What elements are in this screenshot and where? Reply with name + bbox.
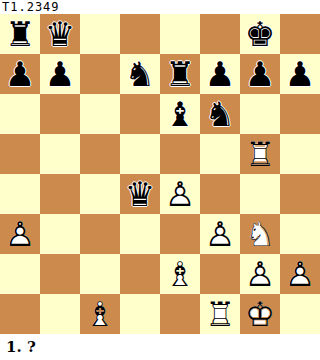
square-a6[interactable]	[0, 94, 40, 134]
white-pawn: ♟♙	[0, 214, 40, 254]
square-a2[interactable]	[0, 254, 40, 294]
square-a4[interactable]	[0, 174, 40, 214]
black-rook: ♜	[0, 14, 40, 54]
white-pawn: ♟♙	[240, 254, 280, 294]
square-h4[interactable]	[280, 174, 320, 214]
square-a1[interactable]	[0, 294, 40, 334]
square-f4[interactable]	[200, 174, 240, 214]
puzzle-id: T1.2349	[2, 0, 60, 14]
square-h7[interactable]: ♟	[280, 54, 320, 94]
square-e6[interactable]: ♝	[160, 94, 200, 134]
square-g4[interactable]	[240, 174, 280, 214]
square-f8[interactable]	[200, 14, 240, 54]
black-queen: ♛	[40, 14, 80, 54]
square-c7[interactable]	[80, 54, 120, 94]
black-pawn: ♟	[240, 54, 280, 94]
black-pawn: ♟	[0, 54, 40, 94]
square-c8[interactable]	[80, 14, 120, 54]
square-a7[interactable]: ♟	[0, 54, 40, 94]
square-f2[interactable]	[200, 254, 240, 294]
square-g8[interactable]: ♚	[240, 14, 280, 54]
white-pawn: ♟♙	[160, 174, 200, 214]
square-h6[interactable]	[280, 94, 320, 134]
black-rook: ♜	[160, 54, 200, 94]
square-b3[interactable]	[40, 214, 80, 254]
square-d3[interactable]	[120, 214, 160, 254]
square-e5[interactable]	[160, 134, 200, 174]
square-e3[interactable]	[160, 214, 200, 254]
square-e1[interactable]	[160, 294, 200, 334]
square-d6[interactable]	[120, 94, 160, 134]
square-h2[interactable]: ♟♙	[280, 254, 320, 294]
square-g3[interactable]: ♞♘	[240, 214, 280, 254]
square-a3[interactable]: ♟♙	[0, 214, 40, 254]
square-b4[interactable]	[40, 174, 80, 214]
square-g1[interactable]: ♚♔	[240, 294, 280, 334]
square-d4[interactable]: ♛	[120, 174, 160, 214]
black-pawn: ♟	[40, 54, 80, 94]
square-h8[interactable]	[280, 14, 320, 54]
black-pawn: ♟	[280, 54, 320, 94]
square-e8[interactable]	[160, 14, 200, 54]
white-knight: ♞♘	[240, 214, 280, 254]
white-pawn: ♟♙	[200, 214, 240, 254]
square-g6[interactable]	[240, 94, 280, 134]
white-king: ♚♔	[240, 294, 280, 334]
white-bishop: ♝♗	[80, 294, 120, 334]
square-c4[interactable]	[80, 174, 120, 214]
black-knight: ♞	[200, 94, 240, 134]
square-f7[interactable]: ♟	[200, 54, 240, 94]
square-c6[interactable]	[80, 94, 120, 134]
square-b6[interactable]	[40, 94, 80, 134]
square-g2[interactable]: ♟♙	[240, 254, 280, 294]
square-c3[interactable]	[80, 214, 120, 254]
square-b7[interactable]: ♟	[40, 54, 80, 94]
square-a5[interactable]	[0, 134, 40, 174]
white-bishop: ♝♗	[160, 254, 200, 294]
square-h1[interactable]	[280, 294, 320, 334]
black-king: ♚	[240, 14, 280, 54]
square-a8[interactable]: ♜	[0, 14, 40, 54]
square-e7[interactable]: ♜	[160, 54, 200, 94]
white-rook: ♜♖	[200, 294, 240, 334]
square-g5[interactable]: ♜♖	[240, 134, 280, 174]
square-f3[interactable]: ♟♙	[200, 214, 240, 254]
square-c5[interactable]	[80, 134, 120, 174]
square-d8[interactable]	[120, 14, 160, 54]
square-d2[interactable]	[120, 254, 160, 294]
chess-board: ♜♛♚♟♟♞♜♟♟♟♝♞♜♖♛♟♙♟♙♟♙♞♘♝♗♟♙♟♙♝♗♜♖♚♔	[0, 14, 320, 334]
white-rook: ♜♖	[240, 134, 280, 174]
black-knight: ♞	[120, 54, 160, 94]
square-b1[interactable]	[40, 294, 80, 334]
black-bishop: ♝	[160, 94, 200, 134]
move-prompt: 1. ?	[6, 336, 36, 358]
square-f5[interactable]	[200, 134, 240, 174]
square-e2[interactable]: ♝♗	[160, 254, 200, 294]
square-d1[interactable]	[120, 294, 160, 334]
square-b2[interactable]	[40, 254, 80, 294]
white-pawn: ♟♙	[280, 254, 320, 294]
square-b8[interactable]: ♛	[40, 14, 80, 54]
square-c2[interactable]	[80, 254, 120, 294]
square-b5[interactable]	[40, 134, 80, 174]
square-d5[interactable]	[120, 134, 160, 174]
square-c1[interactable]: ♝♗	[80, 294, 120, 334]
square-f6[interactable]: ♞	[200, 94, 240, 134]
square-f1[interactable]: ♜♖	[200, 294, 240, 334]
square-e4[interactable]: ♟♙	[160, 174, 200, 214]
square-d7[interactable]: ♞	[120, 54, 160, 94]
square-h3[interactable]	[280, 214, 320, 254]
black-pawn: ♟	[200, 54, 240, 94]
square-g7[interactable]: ♟	[240, 54, 280, 94]
square-h5[interactable]	[280, 134, 320, 174]
black-queen: ♛	[120, 174, 160, 214]
